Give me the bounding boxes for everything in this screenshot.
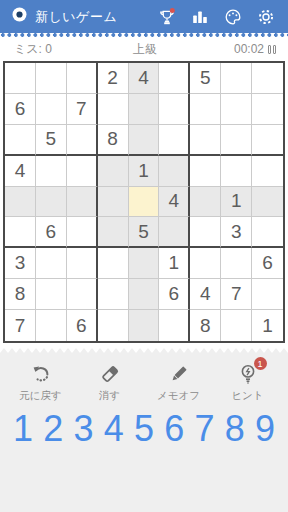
pause-icon[interactable] [268,45,276,54]
cell-r2c9[interactable] [252,94,283,125]
numpad-4[interactable]: 4 [100,411,128,447]
erase-label: 消す [99,389,120,403]
cell-r3c9[interactable] [252,125,283,156]
memo-label: メモオフ [157,389,200,403]
cell-r7c1[interactable]: 3 [5,248,36,279]
cell-r9c4[interactable] [98,310,129,341]
cell-r6c7[interactable] [190,217,221,248]
cell-r4c6[interactable] [159,156,190,187]
cell-r8c4[interactable] [98,279,129,310]
cell-r6c5[interactable]: 5 [129,217,160,248]
cell-r8c9[interactable] [252,279,283,310]
cell-r2c6[interactable] [159,94,190,125]
cell-r2c1[interactable]: 6 [5,94,36,125]
numpad-7[interactable]: 7 [191,411,219,447]
pencil-icon [167,362,191,386]
cell-r1c9[interactable] [252,63,283,94]
cell-r3c5[interactable] [129,125,160,156]
app-header: 新しいゲーム [0,0,288,33]
cell-r2c7[interactable] [190,94,221,125]
cell-r5c5[interactable] [129,187,160,218]
bottom-panel: 元に戻す 消す [0,353,288,512]
cell-r5c7[interactable] [190,187,221,218]
cell-r2c3[interactable]: 7 [67,94,98,125]
cell-r6c4[interactable] [98,217,129,248]
cell-r6c6[interactable] [159,217,190,248]
undo-label: 元に戻す [19,389,62,403]
hint-label: ヒント [231,389,263,403]
cell-r8c2[interactable] [36,279,67,310]
cell-r5c2[interactable] [36,187,67,218]
app-title: 新しいゲーム [35,8,117,26]
cell-r6c2[interactable]: 6 [36,217,67,248]
cell-r7c7[interactable] [190,248,221,279]
cell-r8c5[interactable] [129,279,160,310]
cell-r3c4[interactable]: 8 [98,125,129,156]
cell-r4c5[interactable]: 1 [129,156,160,187]
cell-r9c8[interactable] [221,310,252,341]
cell-r5c3[interactable] [67,187,98,218]
undo-button[interactable]: 元に戻す [12,362,70,403]
cell-r5c4[interactable] [98,187,129,218]
cell-r4c7[interactable] [190,156,221,187]
cell-r4c4[interactable] [98,156,129,187]
cell-r1c7[interactable]: 5 [190,63,221,94]
cell-r9c7[interactable]: 8 [190,310,221,341]
cell-r4c3[interactable] [67,156,98,187]
cell-r3c1[interactable] [5,125,36,156]
numpad-2[interactable]: 2 [39,411,67,447]
new-game-button[interactable]: 新しいゲーム [12,7,117,26]
cell-r6c8[interactable]: 3 [221,217,252,248]
cell-r9c5[interactable] [129,310,160,341]
cell-r9c6[interactable] [159,310,190,341]
cell-r8c7[interactable]: 4 [190,279,221,310]
numpad-5[interactable]: 5 [130,411,158,447]
cell-r7c6[interactable]: 1 [159,248,190,279]
cell-r5c8[interactable]: 1 [221,187,252,218]
panel-zigzag-edge [0,348,288,353]
numpad-8[interactable]: 8 [221,411,249,447]
cell-r5c9[interactable] [252,187,283,218]
cell-r6c9[interactable] [252,217,283,248]
cell-r9c9[interactable]: 1 [252,310,283,341]
cell-r3c3[interactable] [67,125,98,156]
cell-r4c2[interactable] [36,156,67,187]
cell-r8c6[interactable]: 6 [159,279,190,310]
cell-r1c4[interactable]: 2 [98,63,129,94]
cell-r1c5[interactable]: 4 [129,63,160,94]
cell-r5c6[interactable]: 4 [159,187,190,218]
cell-r2c4[interactable] [98,94,129,125]
cell-r3c8[interactable] [221,125,252,156]
cell-r4c1[interactable]: 4 [5,156,36,187]
cell-r2c8[interactable] [221,94,252,125]
cell-r1c1[interactable] [5,63,36,94]
numpad-1[interactable]: 1 [9,411,37,447]
cell-r4c9[interactable] [252,156,283,187]
cell-r1c8[interactable] [221,63,252,94]
cell-r8c3[interactable] [67,279,98,310]
numpad: 123456789 [0,403,288,447]
memo-button[interactable]: メモオフ [150,362,208,403]
status-bar: ミス: 0 上級 00:02 [0,38,288,59]
cell-r1c6[interactable] [159,63,190,94]
mistakes-counter: ミス: 0 [14,41,101,58]
cell-r9c3[interactable]: 6 [67,310,98,341]
numpad-6[interactable]: 6 [160,411,188,447]
cell-r6c1[interactable] [5,217,36,248]
hint-button[interactable]: 1 ヒント [219,362,277,403]
cell-r3c7[interactable] [190,125,221,156]
cell-r8c8[interactable]: 7 [221,279,252,310]
cell-r3c2[interactable]: 5 [36,125,67,156]
cell-r3c6[interactable] [159,125,190,156]
difficulty-label: 上級 [101,41,188,58]
cell-r7c4[interactable] [98,248,129,279]
record-circle-icon [12,7,27,26]
sudoku-board: 2456758414165331686477681 [3,61,285,343]
toolbar: 元に戻す 消す [0,353,288,403]
erase-button[interactable]: 消す [81,362,139,403]
trophy-icon[interactable] [157,7,177,27]
cell-r2c5[interactable] [129,94,160,125]
cell-r4c8[interactable] [221,156,252,187]
cell-r1c2[interactable] [36,63,67,94]
cell-r5c1[interactable] [5,187,36,218]
cell-r7c3[interactable] [67,248,98,279]
timer-value: 00:02 [234,42,264,56]
cell-r7c2[interactable] [36,248,67,279]
cell-r7c8[interactable] [221,248,252,279]
cell-r1c3[interactable] [67,63,98,94]
numpad-3[interactable]: 3 [70,411,98,447]
cell-r9c1[interactable]: 7 [5,310,36,341]
cell-r9c2[interactable] [36,310,67,341]
settings-gear-icon[interactable] [256,7,276,27]
eraser-icon [98,362,122,386]
cell-r7c5[interactable] [129,248,160,279]
statistics-icon[interactable] [190,7,210,27]
bulb-icon: 1 [236,362,260,386]
cell-r8c1[interactable]: 8 [5,279,36,310]
undo-icon [29,362,53,386]
hint-badge: 1 [254,357,267,370]
cell-r2c2[interactable] [36,94,67,125]
cell-r7c9[interactable]: 6 [252,248,283,279]
numpad-9[interactable]: 9 [251,411,279,447]
theme-palette-icon[interactable] [223,7,243,27]
cell-r6c3[interactable] [67,217,98,248]
